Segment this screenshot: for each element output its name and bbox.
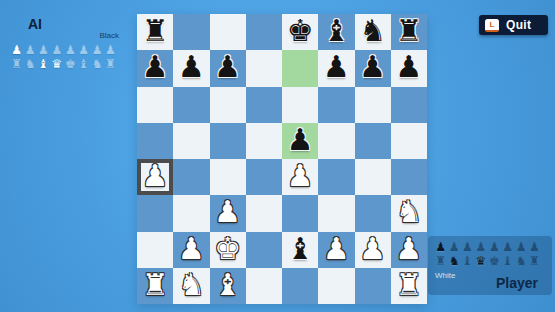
captured-icon-bishop: ♝ — [37, 58, 50, 70]
captured-icon-pawn: ♟ — [37, 44, 50, 56]
square-d4[interactable] — [246, 159, 282, 195]
square-e3[interactable] — [282, 195, 318, 231]
captured-icon-pawn: ♟ — [461, 241, 474, 253]
square-d6[interactable] — [246, 87, 282, 123]
square-e7[interactable] — [282, 50, 318, 86]
square-g7[interactable]: ♟ — [355, 50, 391, 86]
captured-icon-pawn: ♟ — [50, 44, 63, 56]
piece-black-king: ♚ — [287, 16, 314, 46]
square-e1[interactable] — [282, 268, 318, 304]
square-h7[interactable]: ♟ — [391, 50, 427, 86]
side-label-white: White — [435, 271, 455, 280]
side-label-black: Black — [0, 31, 119, 40]
square-d3[interactable] — [246, 195, 282, 231]
bottom-player-panel: ♟♟♟♟♟♟♟♟ ♜♞♝♛♚♝♞♜ White Player — [428, 236, 552, 295]
square-g6[interactable] — [355, 87, 391, 123]
captured-icon-pawn: ♟ — [104, 44, 117, 56]
captured-icon-knight: ♞ — [447, 255, 460, 267]
square-g2[interactable]: ♟ — [355, 232, 391, 268]
captured-icon-pawn: ♟ — [434, 241, 447, 253]
piece-white-pawn: ♟ — [323, 234, 350, 264]
quit-button-label: Quit — [506, 18, 531, 32]
square-g4[interactable] — [355, 159, 391, 195]
square-b1[interactable]: ♞ — [173, 268, 209, 304]
square-c4[interactable] — [210, 159, 246, 195]
captured-tray-white-pieces: ♜♞♝♛♚♝♞♜ — [10, 58, 117, 70]
square-a1[interactable]: ♜ — [137, 268, 173, 304]
square-d5[interactable] — [246, 123, 282, 159]
square-f3[interactable] — [318, 195, 354, 231]
square-f6[interactable] — [318, 87, 354, 123]
chess-app-window: ♜♚♝♞♜♟♟♟♟♟♟♟♟♟♟♞♟♚♝♟♟♟♜♞♝♜ AI Black ♟♟♟♟… — [0, 0, 555, 312]
top-player-name: AI — [28, 16, 42, 32]
piece-black-pawn: ♟ — [142, 52, 169, 82]
square-a2[interactable] — [137, 232, 173, 268]
square-f2[interactable]: ♟ — [318, 232, 354, 268]
square-c1[interactable]: ♝ — [210, 268, 246, 304]
piece-black-pawn: ♟ — [178, 52, 205, 82]
captured-icon-bishop: ♝ — [501, 255, 514, 267]
square-c7[interactable]: ♟ — [210, 50, 246, 86]
piece-black-bishop: ♝ — [323, 16, 350, 46]
captured-icon-pawn: ♟ — [10, 44, 23, 56]
square-h2[interactable]: ♟ — [391, 232, 427, 268]
captured-icon-rook: ♜ — [104, 58, 117, 70]
piece-white-pawn: ♟ — [287, 161, 314, 191]
square-a6[interactable] — [137, 87, 173, 123]
square-a5[interactable] — [137, 123, 173, 159]
piece-white-pawn: ♟ — [359, 234, 386, 264]
square-b4[interactable] — [173, 159, 209, 195]
captured-icon-pawn: ♟ — [77, 44, 90, 56]
captured-tray-white-pawns: ♟♟♟♟♟♟♟♟ — [10, 44, 117, 56]
square-g8[interactable]: ♞ — [355, 14, 391, 50]
square-b7[interactable]: ♟ — [173, 50, 209, 86]
square-c3[interactable]: ♟ — [210, 195, 246, 231]
square-a8[interactable]: ♜ — [137, 14, 173, 50]
bottom-player-name: Player — [496, 275, 538, 291]
captured-icon-knight: ♞ — [90, 58, 103, 70]
piece-black-pawn: ♟ — [395, 52, 422, 82]
captured-tray-black-pawns: ♟♟♟♟♟♟♟♟ — [434, 241, 541, 253]
square-h6[interactable] — [391, 87, 427, 123]
square-e4[interactable]: ♟ — [282, 159, 318, 195]
captured-icon-rook: ♜ — [528, 255, 541, 267]
square-g3[interactable] — [355, 195, 391, 231]
square-e8[interactable]: ♚ — [282, 14, 318, 50]
square-h3[interactable]: ♞ — [391, 195, 427, 231]
piece-white-rook: ♜ — [142, 270, 169, 300]
piece-black-pawn: ♟ — [359, 52, 386, 82]
square-e5[interactable]: ♟ — [282, 123, 318, 159]
square-f7[interactable]: ♟ — [318, 50, 354, 86]
captured-icon-knight: ♞ — [23, 58, 36, 70]
captured-icon-queen: ♛ — [50, 58, 63, 70]
square-h5[interactable] — [391, 123, 427, 159]
square-b5[interactable] — [173, 123, 209, 159]
square-f5[interactable] — [318, 123, 354, 159]
captured-icon-king: ♚ — [64, 58, 77, 70]
chess-board: ♜♚♝♞♜♟♟♟♟♟♟♟♟♟♟♞♟♚♝♟♟♟♜♞♝♜ — [137, 14, 427, 304]
captured-icon-pawn: ♟ — [447, 241, 460, 253]
piece-white-knight: ♞ — [395, 197, 422, 227]
piece-white-knight: ♞ — [178, 270, 205, 300]
captured-icon-pawn: ♟ — [514, 241, 527, 253]
captured-icon-rook: ♜ — [10, 58, 23, 70]
captured-icon-pawn: ♟ — [488, 241, 501, 253]
square-h4[interactable] — [391, 159, 427, 195]
square-g5[interactable] — [355, 123, 391, 159]
captured-icon-pawn: ♟ — [23, 44, 36, 56]
piece-black-rook: ♜ — [395, 16, 422, 46]
captured-icon-bishop: ♝ — [461, 255, 474, 267]
captured-icon-pawn: ♟ — [64, 44, 77, 56]
captured-icon-queen: ♛ — [474, 255, 487, 267]
square-f4[interactable] — [318, 159, 354, 195]
key-hint-l-badge: L — [485, 19, 499, 32]
quit-button[interactable]: L Quit — [479, 15, 548, 35]
square-f8[interactable]: ♝ — [318, 14, 354, 50]
piece-white-king: ♚ — [214, 234, 241, 264]
square-a4[interactable]: ♟ — [137, 159, 173, 195]
captured-icon-pawn: ♟ — [474, 241, 487, 253]
square-c6[interactable] — [210, 87, 246, 123]
captured-tray-black-pieces: ♜♞♝♛♚♝♞♜ — [434, 255, 541, 267]
square-e6[interactable] — [282, 87, 318, 123]
square-a3[interactable] — [137, 195, 173, 231]
square-b3[interactable] — [173, 195, 209, 231]
piece-black-bishop: ♝ — [287, 234, 314, 264]
captured-icon-king: ♚ — [488, 255, 501, 267]
captured-icon-bishop: ♝ — [77, 58, 90, 70]
square-d7[interactable] — [246, 50, 282, 86]
square-d1[interactable] — [246, 268, 282, 304]
piece-white-bishop: ♝ — [214, 270, 241, 300]
piece-white-pawn: ♟ — [142, 161, 169, 191]
piece-black-pawn: ♟ — [287, 125, 314, 155]
captured-icon-pawn: ♟ — [501, 241, 514, 253]
piece-black-pawn: ♟ — [214, 52, 241, 82]
piece-white-pawn: ♟ — [214, 197, 241, 227]
piece-white-pawn: ♟ — [178, 234, 205, 264]
square-d2[interactable] — [246, 232, 282, 268]
square-e2[interactable]: ♝ — [282, 232, 318, 268]
square-c2[interactable]: ♚ — [210, 232, 246, 268]
captured-icon-knight: ♞ — [514, 255, 527, 267]
square-f1[interactable] — [318, 268, 354, 304]
square-a7[interactable]: ♟ — [137, 50, 173, 86]
square-d8[interactable] — [246, 14, 282, 50]
square-h1[interactable]: ♜ — [391, 268, 427, 304]
piece-white-rook: ♜ — [395, 270, 422, 300]
square-b8[interactable] — [173, 14, 209, 50]
square-b2[interactable]: ♟ — [173, 232, 209, 268]
piece-black-knight: ♞ — [359, 16, 386, 46]
square-g1[interactable] — [355, 268, 391, 304]
piece-black-rook: ♜ — [142, 16, 169, 46]
square-b6[interactable] — [173, 87, 209, 123]
captured-icon-rook: ♜ — [434, 255, 447, 267]
captured-icon-pawn: ♟ — [528, 241, 541, 253]
piece-white-pawn: ♟ — [395, 234, 422, 264]
piece-black-pawn: ♟ — [323, 52, 350, 82]
square-h8[interactable]: ♜ — [391, 14, 427, 50]
captured-icon-pawn: ♟ — [90, 44, 103, 56]
square-c8[interactable] — [210, 14, 246, 50]
square-c5[interactable] — [210, 123, 246, 159]
